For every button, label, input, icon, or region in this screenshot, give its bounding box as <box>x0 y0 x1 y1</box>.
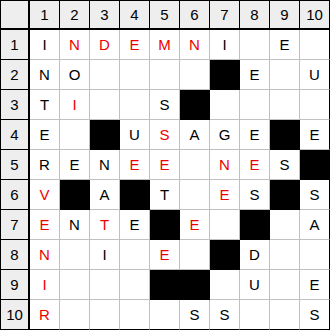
row-header-10: 10 <box>0 300 30 330</box>
cell-r8-c6[interactable] <box>180 240 210 270</box>
cell-r6-c1[interactable]: V <box>30 180 60 210</box>
cell-r4-c9 <box>270 120 300 150</box>
cell-r5-c7[interactable]: N <box>210 150 240 180</box>
cell-r2-c6[interactable] <box>180 60 210 90</box>
cell-r9-c2[interactable] <box>60 270 90 300</box>
cell-r9-c4[interactable] <box>120 270 150 300</box>
cell-r2-c2[interactable]: O <box>60 60 90 90</box>
cell-r4-c2[interactable] <box>60 120 90 150</box>
cell-r7-c2[interactable]: N <box>60 210 90 240</box>
cell-r10-c8[interactable] <box>240 300 270 330</box>
cell-r4-c5[interactable]: S <box>150 120 180 150</box>
cell-r6-c3[interactable]: A <box>90 180 120 210</box>
cell-r2-c8[interactable]: E <box>240 60 270 90</box>
cell-r10-c2[interactable] <box>60 300 90 330</box>
cell-r8-c9[interactable] <box>270 240 300 270</box>
cell-r2-c5[interactable] <box>150 60 180 90</box>
cell-r10-c7[interactable]: S <box>210 300 240 330</box>
cell-r6-c4 <box>120 180 150 210</box>
cell-r3-c3[interactable] <box>90 90 120 120</box>
cell-r8-c4[interactable] <box>120 240 150 270</box>
col-header-3: 3 <box>90 0 120 30</box>
col-header-9: 9 <box>270 0 300 30</box>
cell-r6-c7[interactable]: E <box>210 180 240 210</box>
col-header-5: 5 <box>150 0 180 30</box>
cell-r7-c6[interactable]: E <box>180 210 210 240</box>
cell-r1-c3[interactable]: D <box>90 30 120 60</box>
cell-r1-c8[interactable] <box>240 30 270 60</box>
cell-r1-c7[interactable]: I <box>210 30 240 60</box>
cell-r7-c8 <box>240 210 270 240</box>
cell-r10-c3[interactable] <box>90 300 120 330</box>
cell-r2-c3[interactable] <box>90 60 120 90</box>
cell-r7-c9[interactable] <box>270 210 300 240</box>
cell-r8-c8[interactable]: D <box>240 240 270 270</box>
cell-r8-c7 <box>210 240 240 270</box>
cell-r4-c3 <box>90 120 120 150</box>
cell-r10-c10[interactable]: S <box>300 300 330 330</box>
cell-r6-c8[interactable]: S <box>240 180 270 210</box>
cell-r4-c8[interactable]: E <box>240 120 270 150</box>
col-header-1: 1 <box>30 0 60 30</box>
cell-r8-c10[interactable] <box>300 240 330 270</box>
row-header-3: 3 <box>0 90 30 120</box>
cell-r10-c9[interactable] <box>270 300 300 330</box>
cell-r3-c1[interactable]: T <box>30 90 60 120</box>
cell-r8-c1[interactable]: N <box>30 240 60 270</box>
row-header-9: 9 <box>0 270 30 300</box>
cell-r7-c10[interactable]: A <box>300 210 330 240</box>
cell-r6-c9 <box>270 180 300 210</box>
col-header-6: 6 <box>180 0 210 30</box>
cell-r3-c5[interactable]: S <box>150 90 180 120</box>
cell-r9-c3[interactable] <box>90 270 120 300</box>
cell-r5-c10 <box>300 150 330 180</box>
cell-r1-c6[interactable]: N <box>180 30 210 60</box>
cell-r1-c5[interactable]: M <box>150 30 180 60</box>
cell-r2-c7 <box>210 60 240 90</box>
cell-r10-c5[interactable] <box>150 300 180 330</box>
col-header-10: 10 <box>300 0 330 30</box>
cell-r3-c4[interactable] <box>120 90 150 120</box>
cell-r2-c4[interactable] <box>120 60 150 90</box>
cell-r7-c4[interactable]: E <box>120 210 150 240</box>
cell-r7-c1[interactable]: E <box>30 210 60 240</box>
cell-r7-c3[interactable]: T <box>90 210 120 240</box>
cell-r3-c2[interactable]: I <box>60 90 90 120</box>
row-header-2: 2 <box>0 60 30 90</box>
cell-r10-c6[interactable]: S <box>180 300 210 330</box>
cell-r1-c9[interactable]: E <box>270 30 300 60</box>
cell-r6-c6[interactable] <box>180 180 210 210</box>
cell-r1-c2[interactable]: N <box>60 30 90 60</box>
cell-r5-c8[interactable]: E <box>240 150 270 180</box>
cell-r9-c7[interactable] <box>210 270 240 300</box>
cell-r2-c10[interactable]: U <box>300 60 330 90</box>
cell-r6-c10[interactable]: S <box>300 180 330 210</box>
cell-r7-c7[interactable] <box>210 210 240 240</box>
cell-r4-c4[interactable]: U <box>120 120 150 150</box>
row-header-6: 6 <box>0 180 30 210</box>
cell-r3-c8[interactable] <box>240 90 270 120</box>
cell-r4-c7[interactable]: G <box>210 120 240 150</box>
row-header-8: 8 <box>0 240 30 270</box>
col-header-4: 4 <box>120 0 150 30</box>
cell-r8-c3[interactable]: I <box>90 240 120 270</box>
cell-r9-c8[interactable]: U <box>240 270 270 300</box>
cell-r2-c9[interactable] <box>270 60 300 90</box>
cell-r1-c10[interactable] <box>300 30 330 60</box>
cell-r3-c7[interactable] <box>210 90 240 120</box>
cell-r4-c1[interactable]: E <box>30 120 60 150</box>
col-header-7: 7 <box>210 0 240 30</box>
cell-r6-c2 <box>60 180 90 210</box>
cell-r4-c10[interactable]: E <box>300 120 330 150</box>
cell-r1-c4[interactable]: E <box>120 30 150 60</box>
row-header-5: 5 <box>0 150 30 180</box>
cell-r4-c6[interactable]: A <box>180 120 210 150</box>
cell-r5-c2[interactable]: E <box>60 150 90 180</box>
cell-r8-c5[interactable]: E <box>150 240 180 270</box>
cell-r7-c5 <box>150 210 180 240</box>
cell-r9-c6 <box>180 270 210 300</box>
cell-r3-c9[interactable] <box>270 90 300 120</box>
cell-r9-c9[interactable] <box>270 270 300 300</box>
cell-r9-c10[interactable]: E <box>300 270 330 300</box>
cell-r2-c1[interactable]: N <box>30 60 60 90</box>
cell-r5-c9[interactable]: S <box>270 150 300 180</box>
cell-r9-c5 <box>150 270 180 300</box>
row-header-7: 7 <box>0 210 30 240</box>
col-header-2: 2 <box>60 0 90 30</box>
cell-r9-c1[interactable]: I <box>30 270 60 300</box>
cell-r5-c4[interactable]: E <box>120 150 150 180</box>
row-header-1: 1 <box>0 30 30 60</box>
cell-r10-c4[interactable] <box>120 300 150 330</box>
cell-r5-c6[interactable] <box>180 150 210 180</box>
cell-r3-c10[interactable] <box>300 90 330 120</box>
cell-r10-c1[interactable]: R <box>30 300 60 330</box>
cell-r5-c3[interactable]: N <box>90 150 120 180</box>
cell-r3-c6 <box>180 90 210 120</box>
cell-r5-c5[interactable]: E <box>150 150 180 180</box>
row-header-4: 4 <box>0 120 30 150</box>
cell-r5-c1[interactable]: R <box>30 150 60 180</box>
cell-r8-c2[interactable] <box>60 240 90 270</box>
cell-r1-c1[interactable]: I <box>30 30 60 60</box>
col-header-8: 8 <box>240 0 270 30</box>
corner-cell <box>0 0 30 30</box>
crossword-board: 123456789101INDEMNIE2NOEU3TIS4EUSAGEE5RE… <box>0 0 330 330</box>
cell-r6-c5[interactable]: T <box>150 180 180 210</box>
